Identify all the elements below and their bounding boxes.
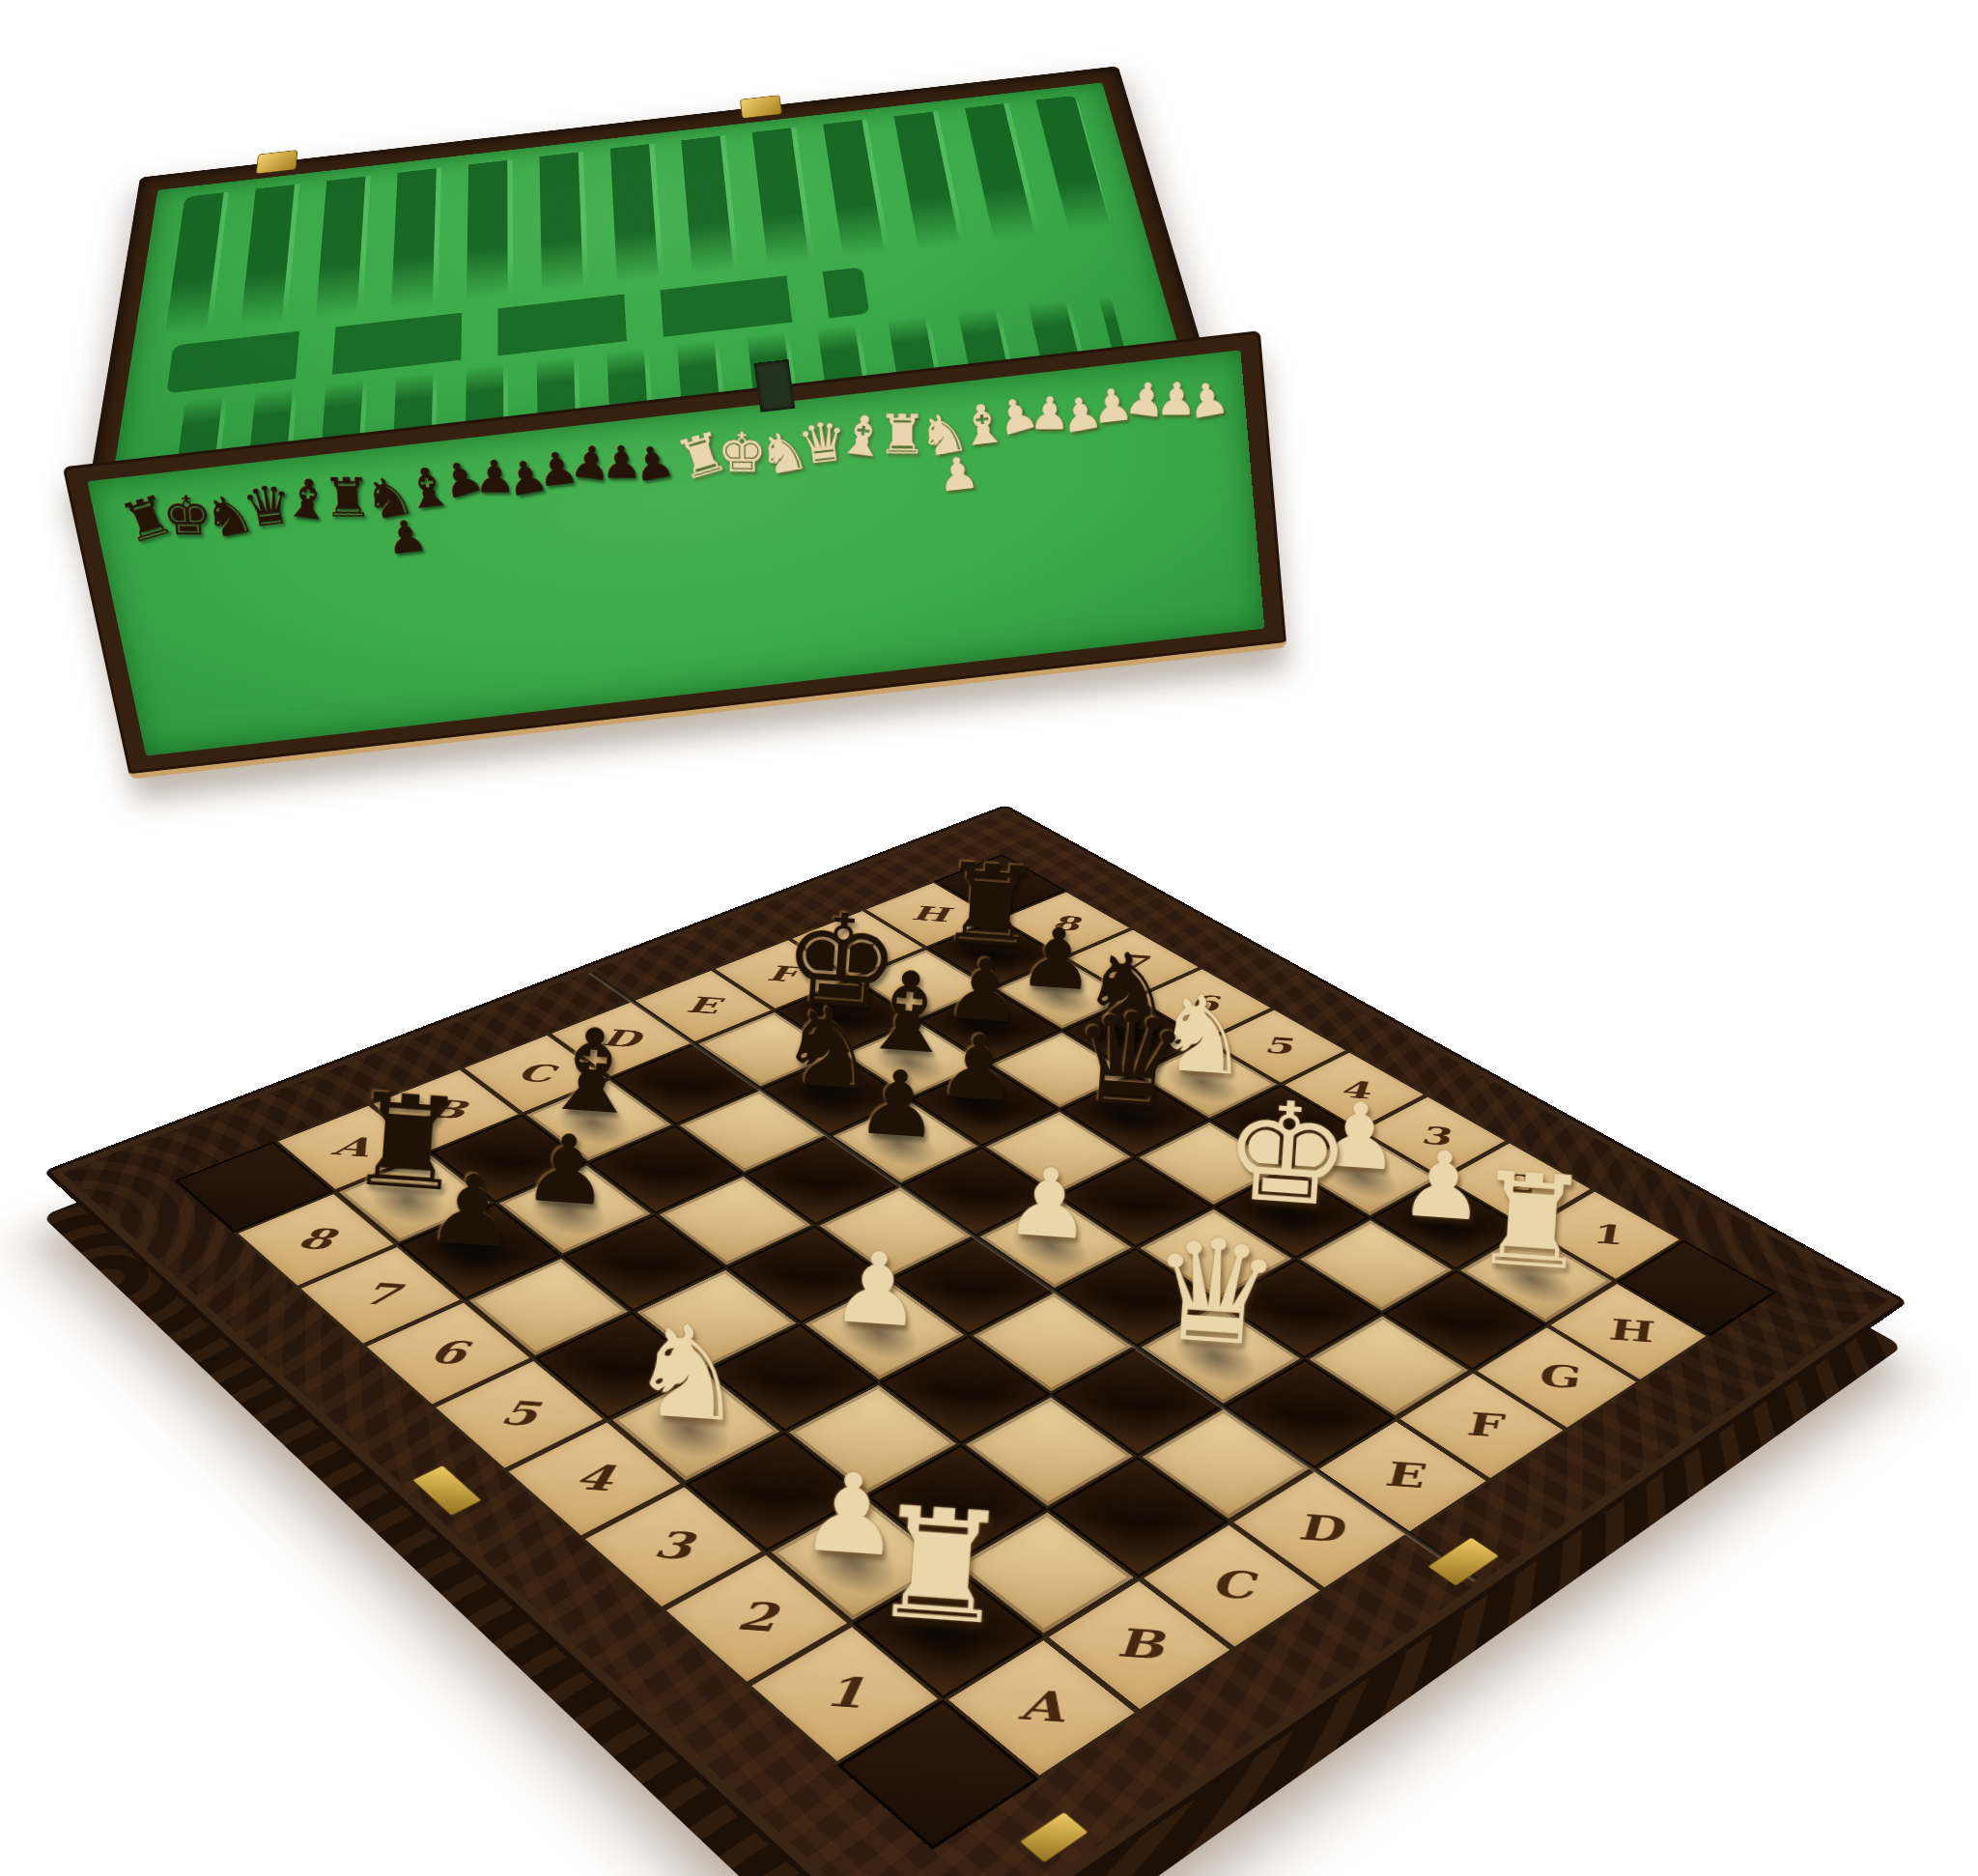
white-knight-a4[interactable]: ♞ <box>625 1310 751 1435</box>
black-pawn-f6[interactable]: ♟ <box>935 1025 1022 1112</box>
white-pawn-e4[interactable]: ♟ <box>1003 1157 1096 1250</box>
white-pawn-c4[interactable]: ♟ <box>828 1240 925 1338</box>
white-queen-e2[interactable]: ♛ <box>1145 1223 1286 1363</box>
black-pawn-b7[interactable]: ♟ <box>520 1123 613 1216</box>
board-latch-icon <box>411 1464 482 1516</box>
square-e4[interactable]: ♟ <box>975 1196 1136 1291</box>
product-photo: ♜♚♞♛♝♜♞♝♟♟♟♟♟♟♟♟ ♜♚♞♛♝♜♞♝♟♟♟♟♟♟♟♟ 876543… <box>0 0 1978 1876</box>
board-latch-icon <box>1427 1537 1500 1586</box>
square-a4[interactable]: ♞ <box>608 1371 784 1485</box>
white-rook-a1[interactable]: ♜ <box>865 1492 1016 1642</box>
black-pawn-a7[interactable]: ♟ <box>424 1163 520 1258</box>
white-rook-h1[interactable]: ♜ <box>1469 1159 1595 1285</box>
black-pawn-e6[interactable]: ♟ <box>854 1060 943 1149</box>
white-king-g3[interactable]: ♚ <box>1219 1086 1355 1222</box>
board-latch-icon <box>1019 1811 1089 1863</box>
board-grid: 87654321H♜♟♞♞♟♟♜HG♟♛♚GF♚♝♟FE♞♟♟♛EDDC♝♟CB… <box>174 854 1776 1850</box>
black-queen-g5[interactable]: ♛ <box>1067 999 1193 1123</box>
chess-board: 87654321H♜♟♞♞♟♟♜HG♟♛♚GF♚♝♟FE♞♟♟♛EDDC♝♟CB… <box>42 805 1908 1876</box>
black-bishop-c8[interactable]: ♝ <box>535 1015 649 1128</box>
